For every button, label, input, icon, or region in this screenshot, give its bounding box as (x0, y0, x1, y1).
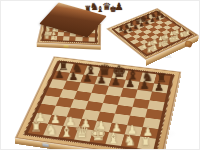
dark-knight: ♞ (90, 2, 97, 12)
dark-pawn: ♟ (160, 14, 165, 19)
square: ♟ (81, 75, 98, 85)
dark-pawn: ♟ (97, 75, 107, 86)
light-rook: ♜ (30, 121, 42, 134)
light-rook: ♜ (184, 30, 190, 36)
main-board-view: ♜♞♝♛♚♝♞♜♟♟♟♟♟♟♟♟♟♟♟♟♟♟♟♟♜♞♝♛♚♝♞♜ (33, 33, 173, 150)
square (59, 89, 77, 99)
dark-queen: ♛ (102, 2, 109, 12)
light-king: ♚ (90, 125, 106, 143)
light-knight: ♞ (45, 123, 58, 137)
dark-pawn: ♟ (154, 82, 164, 93)
light-rook: ♜ (139, 136, 151, 150)
dark-pawn: ♟ (139, 23, 144, 29)
dark-pawn: ♟ (83, 73, 93, 84)
dark-pawn: ♟ (150, 18, 155, 23)
dark-bishop: ♝ (97, 5, 103, 14)
dark-king: ♚ (109, 5, 115, 14)
dark-pawn: ♟ (155, 16, 160, 21)
square (103, 94, 120, 104)
light-knight: ♞ (179, 32, 185, 39)
board-frame: ♜♞♝♛♚♝♞♜♟♟♟♟♟♟♟♟♟♟♟♟♟♟♟♟♜♞♝♛♚♝♞♜ (15, 56, 182, 150)
dark-pawn: ♟ (144, 20, 149, 25)
light-knight: ♞ (123, 133, 136, 147)
dark-pawn: ♟ (128, 27, 133, 33)
metal-clasp (42, 143, 48, 147)
dark-pawn: ♟ (126, 78, 136, 89)
square: ♜ (137, 137, 156, 150)
product-photo: ♜♞♝♛♚♟ ♜♟♞♟♝♟♛♟ ♜♞♝♛♚♝♞♜♟♟♟♟♟♟♟♟♟♟♟♟♟♟♟♟… (0, 0, 200, 150)
main-board: ♜♞♝♛♚♝♞♜♟♟♟♟♟♟♟♟♟♟♟♟♟♟♟♟♜♞♝♛♚♝♞♜ (15, 56, 182, 150)
dark-pawn: ♟ (111, 77, 121, 88)
light-queen: ♛ (75, 124, 90, 141)
light-bishop: ♝ (107, 130, 121, 145)
chessboard: ♜♞♝♛♚♝♞♜♟♟♟♟♟♟♟♟♟♟♟♟♟♟♟♟♜♞♝♛♚♝♞♜ (28, 62, 171, 150)
board-inlay-band: ♜♞♝♛♚♝♞♜♟♟♟♟♟♟♟♟♟♟♟♟♟♟♟♟♜♞♝♛♚♝♞♜ (23, 60, 175, 150)
dark-pawn: ♟ (140, 80, 150, 91)
dark-pawn: ♟ (55, 70, 65, 81)
light-bishop: ♝ (60, 124, 73, 139)
dark-pawn: ♟ (69, 71, 79, 82)
square (133, 98, 150, 109)
dark-pawn: ♟ (133, 25, 138, 31)
square (150, 92, 167, 102)
